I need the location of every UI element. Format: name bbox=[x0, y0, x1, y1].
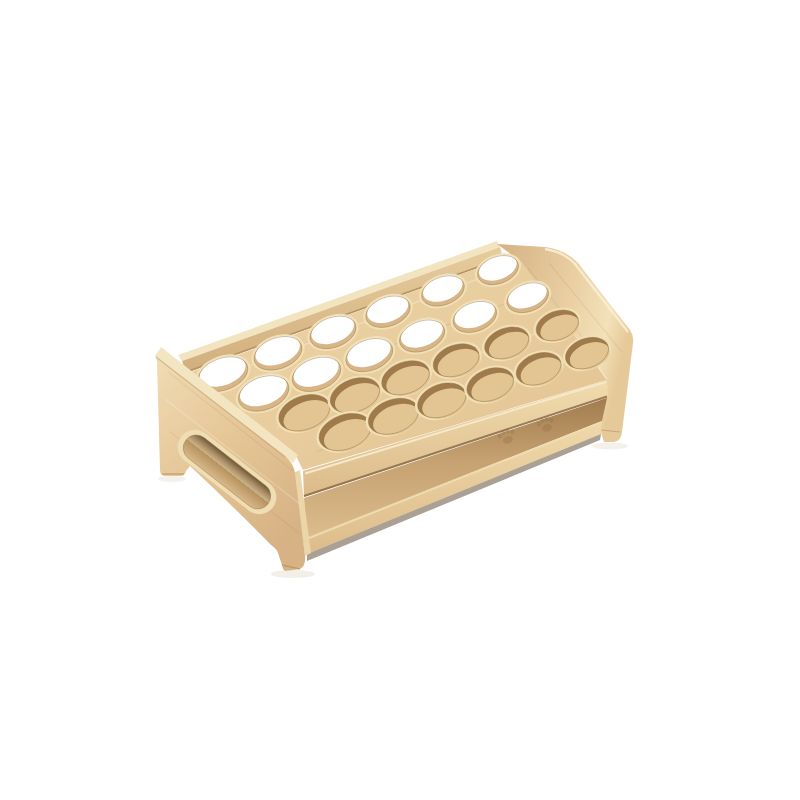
product-photo: Natural bamboo test tube rack with 24 ro… bbox=[0, 0, 800, 800]
foot-shadow bbox=[158, 476, 186, 482]
foot-shadow bbox=[592, 443, 628, 450]
foot-shadow bbox=[271, 570, 315, 578]
rack-illustration: Natural bamboo test tube rack with 24 ro… bbox=[0, 0, 800, 800]
